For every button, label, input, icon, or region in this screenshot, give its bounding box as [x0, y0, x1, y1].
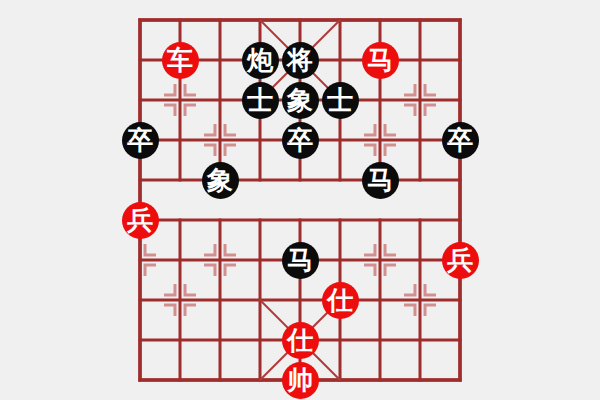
piece-black-soldier[interactable]: 卒 [442, 122, 479, 159]
piece-black-advisor[interactable]: 士 [242, 82, 279, 119]
piece-red-horse[interactable]: 马 [362, 42, 399, 79]
piece-layer: 车炮将马士象士卒卒卒象马兵马兵仕仕帅 [120, 0, 480, 400]
piece-red-soldier[interactable]: 兵 [122, 202, 159, 239]
piece-red-chariot[interactable]: 车 [162, 42, 199, 79]
piece-red-soldier[interactable]: 兵 [442, 242, 479, 279]
piece-red-advisor[interactable]: 仕 [322, 282, 359, 319]
piece-black-elephant[interactable]: 象 [202, 162, 239, 199]
piece-red-general[interactable]: 帅 [282, 362, 319, 399]
piece-black-horse[interactable]: 马 [362, 162, 399, 199]
piece-red-advisor[interactable]: 仕 [282, 322, 319, 359]
piece-black-horse[interactable]: 马 [282, 242, 319, 279]
piece-black-soldier[interactable]: 卒 [282, 122, 319, 159]
piece-black-general[interactable]: 将 [282, 42, 319, 79]
piece-black-soldier[interactable]: 卒 [122, 122, 159, 159]
piece-black-cannon[interactable]: 炮 [242, 42, 279, 79]
piece-black-advisor[interactable]: 士 [322, 82, 359, 119]
piece-black-elephant[interactable]: 象 [282, 82, 319, 119]
xiangqi-app: 车炮将马士象士卒卒卒象马兵马兵仕仕帅 [0, 0, 600, 400]
